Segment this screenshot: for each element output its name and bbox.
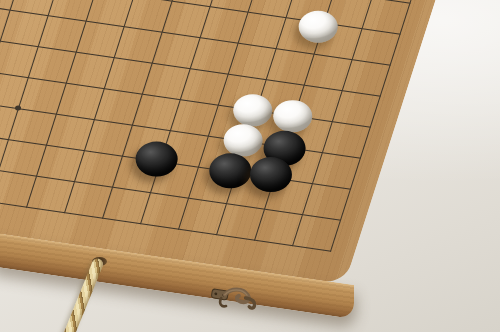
stone-black — [250, 157, 292, 192]
stone-black — [209, 153, 251, 188]
board-grid — [0, 0, 450, 252]
grid-cell — [293, 215, 341, 252]
photo-scene — [0, 0, 500, 332]
hoshi-point — [15, 106, 21, 111]
grid-cell — [303, 184, 351, 221]
grid-cell — [343, 60, 391, 97]
grid-cell — [323, 122, 371, 159]
stone-white — [224, 124, 263, 156]
stone-white — [299, 11, 338, 43]
stone-black — [136, 142, 178, 177]
stone-white — [233, 94, 272, 126]
grid-cell — [352, 29, 400, 66]
grid-cell — [313, 153, 361, 190]
grid-cell — [333, 91, 381, 128]
stone-white — [273, 100, 312, 132]
go-board — [0, 0, 481, 284]
